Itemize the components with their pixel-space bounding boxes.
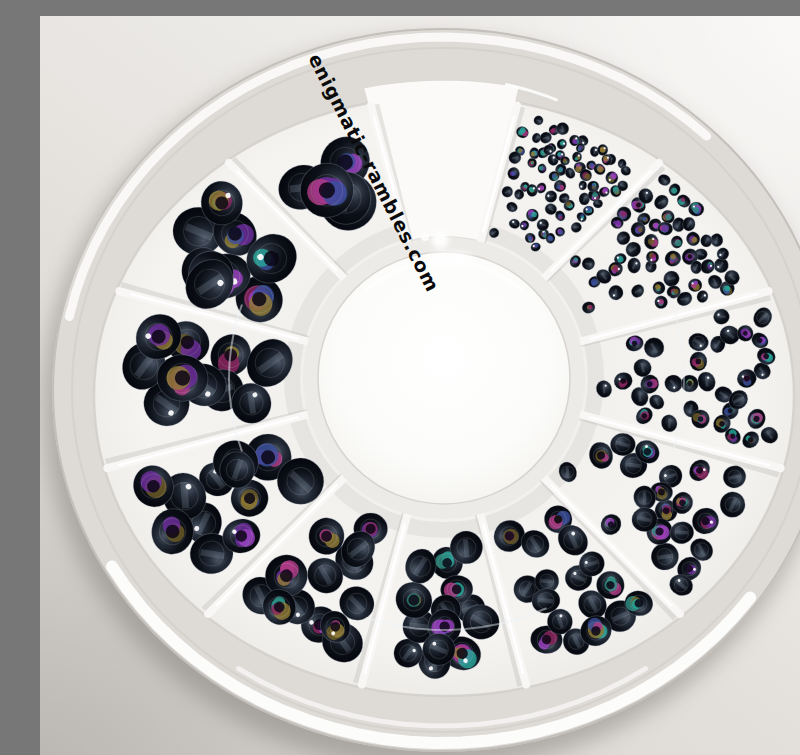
photo-canvas: enigmatic-rambles.com [40, 16, 800, 755]
rhinestone-wheel-photo: enigmatic-rambles.com [40, 16, 800, 755]
